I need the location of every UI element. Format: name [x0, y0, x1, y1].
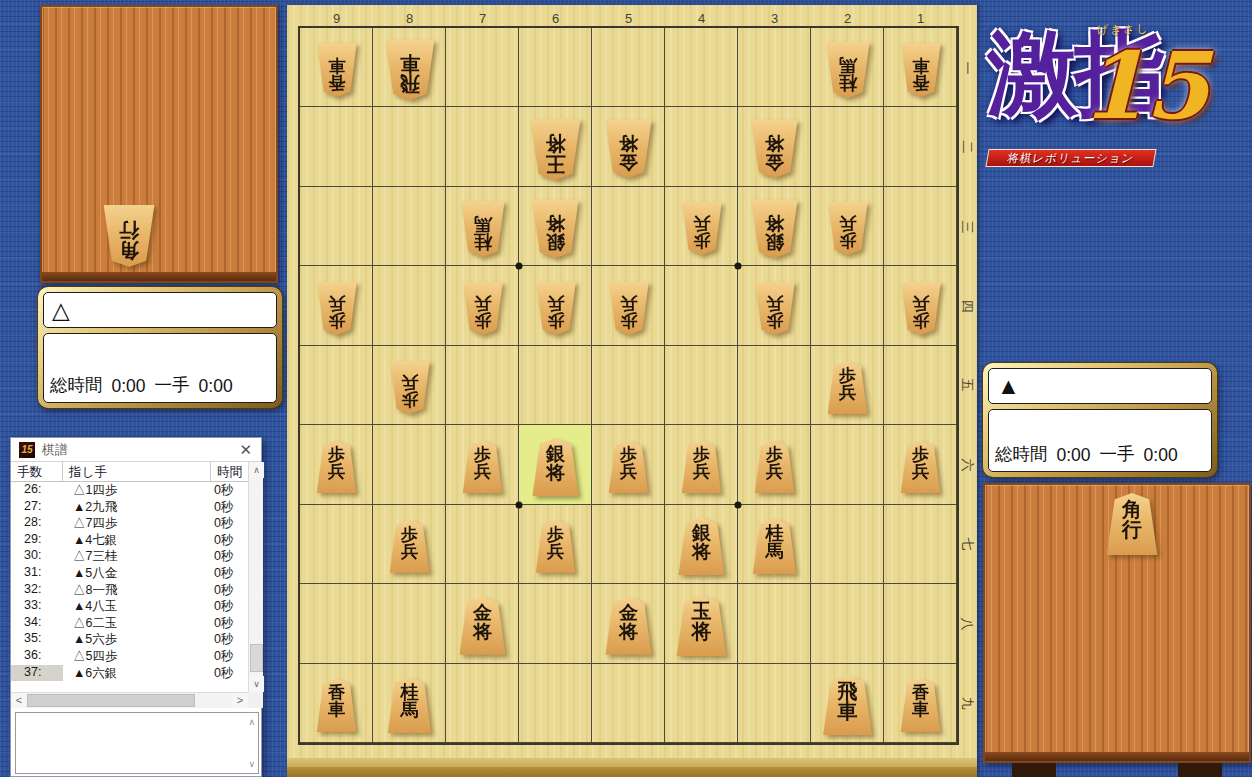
- kifu-row-36[interactable]: 36:△5四歩0秒: [11, 648, 248, 665]
- board-cell-82[interactable]: [373, 107, 446, 186]
- board-cell-53[interactable]: [592, 187, 665, 266]
- board-cell-61[interactable]: [519, 28, 592, 107]
- horizontal-scrollbar[interactable]: < >: [11, 692, 248, 708]
- komadai-sente-leg-left: [1012, 763, 1056, 777]
- file-label-7: 7: [476, 11, 490, 26]
- kifu-move-text: ▲6六銀: [63, 665, 211, 682]
- komadai-gote-front-edge: [42, 272, 276, 281]
- hoshi-dot: [735, 263, 742, 270]
- rank-label-3: 三: [958, 219, 976, 235]
- kifu-move-time: 0秒: [211, 532, 248, 549]
- file-label-6: 6: [549, 11, 563, 26]
- file-label-5: 5: [622, 11, 636, 26]
- kifu-move-number: 28:: [11, 515, 63, 532]
- kifu-row-35[interactable]: 35:▲5六歩0秒: [11, 631, 248, 648]
- rank-label-1: 一: [958, 60, 976, 76]
- kifu-move-text: ▲4八玉: [63, 598, 211, 615]
- gote-per-move-time: 0:00: [199, 376, 233, 397]
- kifu-window: 15 棋譜 ✕ 手数 指し手 時間 26:△1四歩0秒27:▲2九飛0秒28:△…: [10, 437, 262, 777]
- board-side-edge-lower: [287, 767, 977, 777]
- shogi-board: 987654321 一二三四五六七八九 香車飛車桂馬香車王将金将金将桂馬銀将歩兵…: [287, 5, 977, 777]
- komadai-gote: 角行: [40, 5, 278, 283]
- board-cell-45[interactable]: [665, 346, 738, 425]
- kifu-move-list: 26:△1四歩0秒27:▲2九飛0秒28:△7四歩0秒29:▲4七銀0秒30:△…: [11, 482, 248, 692]
- scroll-down-icon[interactable]: ∨: [249, 676, 264, 692]
- koma-gote-金将[interactable]: 金将: [750, 120, 799, 178]
- komadai-sente-front-edge: [985, 752, 1249, 761]
- kifu-move-time: 0秒: [211, 565, 248, 582]
- koma-sente-玉将[interactable]: 玉将: [675, 595, 728, 656]
- board-cell-39[interactable]: [738, 664, 811, 743]
- koma-sente-歩兵[interactable]: 歩兵: [316, 440, 358, 493]
- kifu-move-time: 0秒: [211, 648, 248, 665]
- file-label-4: 4: [695, 11, 709, 26]
- koma-gote-金将[interactable]: 金将: [604, 120, 653, 178]
- kifu-move-number: 26:: [11, 482, 63, 499]
- koma-sente-歩兵[interactable]: 歩兵: [608, 440, 650, 493]
- kifu-move-text: ▲2九飛: [63, 499, 211, 516]
- koma-sente-歩兵[interactable]: 歩兵: [900, 440, 942, 493]
- board-cell-15[interactable]: [884, 346, 957, 425]
- sente-hand-area: 角行: [985, 485, 1249, 761]
- kifu-move-number: 31:: [11, 565, 63, 582]
- koma-sente-銀将[interactable]: 銀将: [531, 438, 580, 496]
- board-cell-22[interactable]: [811, 107, 884, 186]
- kifu-move-time: 0秒: [211, 548, 248, 565]
- kifu-row-27[interactable]: 27:▲2九飛0秒: [11, 499, 248, 516]
- kifu-move-text: △7四歩: [63, 515, 211, 532]
- rank-label-9: 九: [958, 695, 976, 711]
- kifu-move-text: ▲5八金: [63, 565, 211, 582]
- board-cell-13[interactable]: [884, 187, 957, 266]
- board-cell-65[interactable]: [519, 346, 592, 425]
- kifu-move-text: △6二玉: [63, 615, 211, 632]
- koma-gote-歩兵[interactable]: 歩兵: [754, 282, 796, 335]
- kifu-window-title: 棋譜: [42, 441, 68, 459]
- kifu-row-37[interactable]: 37:▲6六銀0秒: [11, 665, 248, 682]
- board-cell-26[interactable]: [811, 425, 884, 504]
- board-cell-49[interactable]: [665, 664, 738, 743]
- sente-per-move-label: 一手: [1100, 442, 1135, 466]
- board-cell-17[interactable]: [884, 505, 957, 584]
- kifu-move-text: ▲5六歩: [63, 631, 211, 648]
- kifu-move-number: 29:: [11, 532, 63, 549]
- koma-sente-飛車[interactable]: 飛車: [822, 675, 874, 735]
- koma-sente-金将[interactable]: 金将: [458, 597, 507, 655]
- file-label-2: 2: [841, 11, 855, 26]
- sente-total-label: 総時間: [995, 442, 1048, 466]
- board-cell-41[interactable]: [665, 28, 738, 107]
- koma-gote-銀将[interactable]: 銀将: [531, 200, 580, 258]
- board-cell-92[interactable]: [300, 107, 373, 186]
- board-cell-83[interactable]: [373, 187, 446, 266]
- kifu-move-time: 0秒: [211, 482, 248, 499]
- koma-sente-香車[interactable]: 香車: [900, 678, 942, 732]
- gote-clock-panel: △ 総時間 0:00 一手 0:00: [38, 287, 282, 408]
- board-cell-98[interactable]: [300, 584, 373, 663]
- column-header-move[interactable]: 指し手: [63, 462, 211, 481]
- kifu-move-time: 0秒: [211, 631, 248, 648]
- koma-gote-歩兵[interactable]: 歩兵: [316, 282, 358, 335]
- kifu-move-text: △7三桂: [63, 548, 211, 565]
- hoshi-dot: [516, 263, 523, 270]
- koma-sente-角行[interactable]: 角行: [1105, 493, 1159, 555]
- board-cell-59[interactable]: [592, 664, 665, 743]
- board-cell-35[interactable]: [738, 346, 811, 425]
- kifu-move-number: 35:: [11, 631, 63, 648]
- kifu-move-time: 0秒: [211, 582, 248, 599]
- scroll-right-icon[interactable]: >: [232, 693, 248, 708]
- koma-gote-王将[interactable]: 王将: [529, 119, 582, 180]
- horizontal-scroll-thumb[interactable]: [27, 694, 195, 707]
- column-header-time[interactable]: 時間: [211, 462, 248, 481]
- gote-hand-area: 角行: [42, 7, 276, 281]
- gote-turn-mark: △: [43, 292, 277, 328]
- board-side-edge-upper: [287, 758, 977, 767]
- koma-gote-角行[interactable]: 角行: [102, 205, 156, 267]
- comment-scroll-up-icon[interactable]: ∧: [248, 717, 255, 727]
- rank-label-5: 五: [958, 377, 976, 393]
- vertical-scroll-thumb[interactable]: [250, 644, 263, 672]
- kifu-row-29[interactable]: 29:▲4七銀0秒: [11, 532, 248, 549]
- hoshi-dot: [735, 501, 742, 508]
- comment-scroll-down-icon[interactable]: ∨: [248, 759, 255, 769]
- board-cell-79[interactable]: [446, 664, 519, 743]
- koma-sente-歩兵[interactable]: 歩兵: [535, 520, 577, 573]
- board-cell-31[interactable]: [738, 28, 811, 107]
- kifu-move-text: △8一飛: [63, 582, 211, 599]
- board-cell-71[interactable]: [446, 28, 519, 107]
- board-cell-75[interactable]: [446, 346, 519, 425]
- kifu-move-number: 37:: [11, 665, 63, 682]
- board-cell-28[interactable]: [811, 584, 884, 663]
- board-cell-84[interactable]: [373, 266, 446, 345]
- rank-label-8: 八: [958, 616, 976, 632]
- board-cell-51[interactable]: [592, 28, 665, 107]
- koma-gote-歩兵[interactable]: 歩兵: [608, 282, 650, 335]
- board-cell-72[interactable]: [446, 107, 519, 186]
- koma-sente-桂馬[interactable]: 桂馬: [387, 677, 433, 733]
- board-cell-68[interactable]: [519, 584, 592, 663]
- kifu-move-number: 33:: [11, 598, 63, 615]
- kifu-move-time: 0秒: [211, 515, 248, 532]
- kifu-row-33[interactable]: 33:▲4八玉0秒: [11, 598, 248, 615]
- sente-time-display: 総時間 0:00 一手 0:00: [988, 409, 1212, 472]
- gote-time-display: 総時間 0:00 一手 0:00: [43, 333, 277, 403]
- rank-label-7: 七: [958, 536, 976, 552]
- kifu-move-number: 30:: [11, 548, 63, 565]
- gote-per-move-label: 一手: [155, 373, 190, 397]
- logo-banner: 将棋レボリューション: [985, 149, 1156, 167]
- koma-sente-銀将[interactable]: 銀将: [677, 517, 726, 575]
- board-cell-38[interactable]: [738, 584, 811, 663]
- kifu-move-text: △5四歩: [63, 648, 211, 665]
- board-cell-44[interactable]: [665, 266, 738, 345]
- koma-gote-歩兵[interactable]: 歩兵: [900, 282, 942, 335]
- app-icon: 15: [19, 442, 35, 458]
- kifu-row-32[interactable]: 32:△8一飛0秒: [11, 582, 248, 599]
- board-cell-93[interactable]: [300, 187, 373, 266]
- file-label-9: 9: [330, 11, 344, 26]
- kifu-move-number: 27:: [11, 499, 63, 516]
- gote-total-time: 0:00: [112, 376, 146, 397]
- koma-sente-歩兵[interactable]: 歩兵: [389, 520, 431, 573]
- kifu-move-number: 36:: [11, 648, 63, 665]
- koma-gote-歩兵[interactable]: 歩兵: [462, 282, 504, 335]
- scrollbar-corner: [248, 692, 263, 708]
- gote-mark-triangle: △: [52, 297, 70, 324]
- kifu-move-time: 0秒: [211, 665, 248, 682]
- komadai-sente: 角行: [983, 483, 1251, 763]
- komadai-sente-leg-right: [1178, 763, 1222, 777]
- board-cell-86[interactable]: [373, 425, 446, 504]
- file-label-3: 3: [768, 11, 782, 26]
- kifu-row-26[interactable]: 26:△1四歩0秒: [11, 482, 248, 499]
- sente-mark-triangle: ▲: [997, 373, 1020, 400]
- kifu-row-31[interactable]: 31:▲5八金0秒: [11, 565, 248, 582]
- app-window: 角行 △ 総時間 0:00 一手 0:00 15 棋譜 ✕ 手数 指し手 時間 …: [0, 0, 1252, 777]
- logo-version-number: 15: [1081, 32, 1209, 140]
- kifu-titlebar[interactable]: 15 棋譜 ✕: [11, 438, 261, 462]
- board-cell-77[interactable]: [446, 505, 519, 584]
- koma-gote-銀将[interactable]: 銀将: [750, 200, 799, 258]
- board-cell-88[interactable]: [373, 584, 446, 663]
- koma-gote-歩兵[interactable]: 歩兵: [535, 282, 577, 335]
- kifu-row-34[interactable]: 34:△6二玉0秒: [11, 615, 248, 632]
- board-cell-55[interactable]: [592, 346, 665, 425]
- koma-sente-歩兵[interactable]: 歩兵: [681, 440, 723, 493]
- koma-gote-桂馬[interactable]: 桂馬: [825, 42, 871, 98]
- sente-turn-mark: ▲: [988, 368, 1212, 404]
- kifu-list-header: 手数 指し手 時間: [11, 462, 248, 482]
- kifu-move-text: △1四歩: [63, 482, 211, 499]
- board-cell-18[interactable]: [884, 584, 957, 663]
- close-icon[interactable]: ✕: [239, 441, 252, 459]
- sente-per-move-time: 0:00: [1144, 445, 1178, 466]
- board-cell-27[interactable]: [811, 505, 884, 584]
- file-label-1: 1: [914, 11, 928, 26]
- rank-label-2: 二: [958, 139, 976, 155]
- board-cell-97[interactable]: [300, 505, 373, 584]
- sente-total-time: 0:00: [1057, 445, 1091, 466]
- sente-clock-panel: ▲ 総時間 0:00 一手 0:00: [983, 363, 1217, 477]
- koma-gote-香車[interactable]: 香車: [316, 43, 358, 97]
- board-cell-95[interactable]: [300, 346, 373, 425]
- koma-gote-飛車[interactable]: 飛車: [384, 40, 436, 100]
- board-cell-24[interactable]: [811, 266, 884, 345]
- column-header-move-number[interactable]: 手数: [11, 462, 63, 481]
- kifu-move-text: ▲4七銀: [63, 532, 211, 549]
- rank-label-4: 四: [958, 298, 976, 314]
- koma-gote-香車[interactable]: 香車: [900, 43, 942, 97]
- kifu-move-time: 0秒: [211, 615, 248, 632]
- scroll-up-icon[interactable]: ∧: [249, 462, 264, 478]
- file-label-8: 8: [403, 11, 417, 26]
- kifu-move-time: 0秒: [211, 598, 248, 615]
- board-cell-12[interactable]: [884, 107, 957, 186]
- kifu-row-30[interactable]: 30:△7三桂0秒: [11, 548, 248, 565]
- koma-sente-金将[interactable]: 金将: [604, 597, 653, 655]
- board-cell-42[interactable]: [665, 107, 738, 186]
- kifu-move-number: 32:: [11, 582, 63, 599]
- koma-sente-香車[interactable]: 香車: [316, 678, 358, 732]
- gekisashi-logo: 激指 げきさし 15 将棋レボリューション: [985, 6, 1252, 188]
- board-cell-57[interactable]: [592, 505, 665, 584]
- kifu-row-28[interactable]: 28:△7四歩0秒: [11, 515, 248, 532]
- koma-gote-歩兵[interactable]: 歩兵: [389, 361, 431, 414]
- koma-sente-歩兵[interactable]: 歩兵: [754, 440, 796, 493]
- koma-sente-歩兵[interactable]: 歩兵: [827, 361, 869, 414]
- koma-gote-歩兵[interactable]: 歩兵: [827, 202, 869, 255]
- koma-sente-桂馬[interactable]: 桂馬: [752, 518, 798, 574]
- scroll-left-icon[interactable]: <: [11, 693, 27, 708]
- kifu-move-number: 34:: [11, 615, 63, 632]
- koma-gote-歩兵[interactable]: 歩兵: [681, 202, 723, 255]
- kifu-move-time: 0秒: [211, 499, 248, 516]
- koma-sente-歩兵[interactable]: 歩兵: [462, 440, 504, 493]
- koma-gote-桂馬[interactable]: 桂馬: [460, 201, 506, 257]
- hoshi-dot: [516, 501, 523, 508]
- vertical-scrollbar[interactable]: ∧ ∨: [248, 462, 263, 692]
- gote-total-label: 総時間: [50, 373, 103, 397]
- rank-label-6: 六: [958, 457, 976, 473]
- board-cell-69[interactable]: [519, 664, 592, 743]
- kifu-comment-box[interactable]: ∧ ∨: [15, 712, 259, 774]
